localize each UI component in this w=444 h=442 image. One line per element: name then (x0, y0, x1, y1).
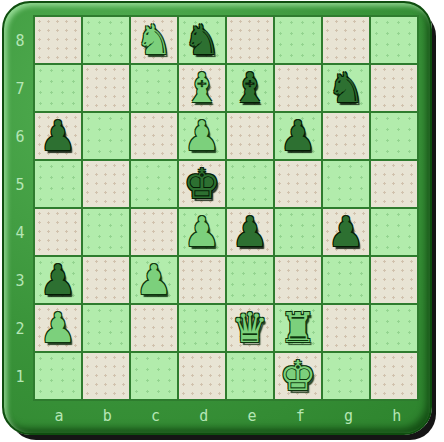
piece-black-king[interactable]: ♚ (179, 161, 225, 207)
square-e7[interactable]: ♝ (227, 65, 273, 111)
piece-white-pawn[interactable]: ♟ (179, 113, 225, 159)
square-d7[interactable]: ♝ (179, 65, 225, 111)
square-f5[interactable] (275, 161, 321, 207)
file-label-h: h (373, 403, 421, 429)
file-labels: abcdefgh (35, 403, 421, 429)
square-a2[interactable]: ♟ (35, 305, 81, 351)
square-e3[interactable] (227, 257, 273, 303)
page: 87654321 ♞♞♝♝♞♟♟♟♚♟♟♟♟♟♟♛♜♚ abcdefgh (0, 0, 444, 442)
file-label-d: d (180, 403, 228, 429)
square-g7[interactable]: ♞ (323, 65, 369, 111)
file-label-e: e (228, 403, 276, 429)
square-c3[interactable]: ♟ (131, 257, 177, 303)
file-label-g: g (325, 403, 373, 429)
rank-label-1: 1 (8, 353, 32, 401)
square-f7[interactable] (275, 65, 321, 111)
piece-white-pawn[interactable]: ♟ (179, 209, 225, 255)
square-f4[interactable] (275, 209, 321, 255)
rank-label-4: 4 (8, 209, 32, 257)
square-f8[interactable] (275, 17, 321, 63)
square-b6[interactable] (83, 113, 129, 159)
square-b8[interactable] (83, 17, 129, 63)
square-d8[interactable]: ♞ (179, 17, 225, 63)
square-e1[interactable] (227, 353, 273, 399)
piece-white-pawn[interactable]: ♟ (35, 305, 81, 351)
square-a1[interactable] (35, 353, 81, 399)
piece-black-knight[interactable]: ♞ (323, 65, 369, 111)
square-b2[interactable] (83, 305, 129, 351)
file-label-c: c (132, 403, 180, 429)
square-h8[interactable] (371, 17, 417, 63)
rank-label-2: 2 (8, 305, 32, 353)
file-label-b: b (83, 403, 131, 429)
square-g8[interactable] (323, 17, 369, 63)
square-c2[interactable] (131, 305, 177, 351)
square-d4[interactable]: ♟ (179, 209, 225, 255)
square-b3[interactable] (83, 257, 129, 303)
rank-label-5: 5 (8, 161, 32, 209)
square-f3[interactable] (275, 257, 321, 303)
square-e2[interactable]: ♛ (227, 305, 273, 351)
square-b5[interactable] (83, 161, 129, 207)
square-h3[interactable] (371, 257, 417, 303)
square-g1[interactable] (323, 353, 369, 399)
file-label-f: f (276, 403, 324, 429)
square-a3[interactable]: ♟ (35, 257, 81, 303)
square-a5[interactable] (35, 161, 81, 207)
square-d1[interactable] (179, 353, 225, 399)
square-c8[interactable]: ♞ (131, 17, 177, 63)
chess-board: ♞♞♝♝♞♟♟♟♚♟♟♟♟♟♟♛♜♚ (33, 15, 419, 401)
square-b4[interactable] (83, 209, 129, 255)
rank-labels: 87654321 (8, 17, 32, 401)
piece-black-pawn[interactable]: ♟ (323, 209, 369, 255)
square-f2[interactable]: ♜ (275, 305, 321, 351)
piece-white-king[interactable]: ♚ (275, 353, 321, 399)
square-d6[interactable]: ♟ (179, 113, 225, 159)
file-label-a: a (35, 403, 83, 429)
square-a7[interactable] (35, 65, 81, 111)
square-a6[interactable]: ♟ (35, 113, 81, 159)
piece-white-rook[interactable]: ♜ (275, 305, 321, 351)
square-a8[interactable] (35, 17, 81, 63)
square-f1[interactable]: ♚ (275, 353, 321, 399)
piece-white-knight[interactable]: ♞ (131, 17, 177, 63)
piece-black-knight[interactable]: ♞ (179, 17, 225, 63)
square-e6[interactable] (227, 113, 273, 159)
square-e4[interactable]: ♟ (227, 209, 273, 255)
piece-white-bishop[interactable]: ♝ (179, 65, 225, 111)
square-g3[interactable] (323, 257, 369, 303)
square-h7[interactable] (371, 65, 417, 111)
piece-black-pawn[interactable]: ♟ (35, 257, 81, 303)
rank-label-8: 8 (8, 17, 32, 65)
square-g2[interactable] (323, 305, 369, 351)
piece-white-pawn[interactable]: ♟ (131, 257, 177, 303)
square-h4[interactable] (371, 209, 417, 255)
square-h5[interactable] (371, 161, 417, 207)
square-c5[interactable] (131, 161, 177, 207)
square-c6[interactable] (131, 113, 177, 159)
square-e5[interactable] (227, 161, 273, 207)
square-g5[interactable] (323, 161, 369, 207)
square-d5[interactable]: ♚ (179, 161, 225, 207)
square-a4[interactable] (35, 209, 81, 255)
square-h1[interactable] (371, 353, 417, 399)
square-e8[interactable] (227, 17, 273, 63)
rank-label-3: 3 (8, 257, 32, 305)
square-b7[interactable] (83, 65, 129, 111)
square-d3[interactable] (179, 257, 225, 303)
square-b1[interactable] (83, 353, 129, 399)
piece-black-pawn[interactable]: ♟ (227, 209, 273, 255)
square-c7[interactable] (131, 65, 177, 111)
square-g6[interactable] (323, 113, 369, 159)
board-frame: 87654321 ♞♞♝♝♞♟♟♟♚♟♟♟♟♟♟♛♜♚ abcdefgh (2, 1, 432, 435)
square-g4[interactable]: ♟ (323, 209, 369, 255)
rank-label-6: 6 (8, 113, 32, 161)
square-f6[interactable]: ♟ (275, 113, 321, 159)
piece-white-queen[interactable]: ♛ (227, 305, 273, 351)
piece-black-bishop[interactable]: ♝ (227, 65, 273, 111)
square-h6[interactable] (371, 113, 417, 159)
square-d2[interactable] (179, 305, 225, 351)
piece-black-pawn[interactable]: ♟ (275, 113, 321, 159)
piece-black-pawn[interactable]: ♟ (35, 113, 81, 159)
square-h2[interactable] (371, 305, 417, 351)
square-c1[interactable] (131, 353, 177, 399)
rank-label-7: 7 (8, 65, 32, 113)
square-c4[interactable] (131, 209, 177, 255)
